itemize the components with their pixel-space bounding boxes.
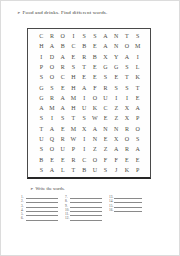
- grid-cell: S: [36, 144, 47, 154]
- grid-cell: E: [100, 113, 111, 123]
- grid-cell: E: [79, 72, 90, 82]
- grid-cell: R: [122, 124, 133, 134]
- grid-cell: S: [132, 31, 143, 41]
- grid-cell: O: [57, 31, 68, 41]
- write-words-heading: ➢Write the words.: [30, 186, 65, 191]
- grid-cell: A: [132, 103, 143, 113]
- grid-cell: A: [47, 41, 58, 51]
- grid-cell: X: [111, 134, 122, 144]
- grid-cell: A: [122, 52, 133, 62]
- grid-cell: E: [89, 72, 100, 82]
- grid-cell: T: [68, 165, 79, 175]
- grid-cell: I: [47, 113, 58, 123]
- grid-cell: I: [68, 31, 79, 41]
- grid-cell: I: [122, 93, 133, 103]
- grid-cell: I: [79, 144, 90, 154]
- grid-cell: O: [47, 144, 58, 154]
- grid-cell: E: [68, 52, 79, 62]
- grid-cell: A: [57, 103, 68, 113]
- grid-cell: N: [111, 124, 122, 134]
- worksheet-page: { "game": "word-search", "position": "CR…: [0, 0, 180, 256]
- grid-cell: G: [36, 93, 47, 103]
- grid-cell: G: [36, 82, 47, 92]
- grid-cell: O: [47, 72, 58, 82]
- grid-cell: C: [36, 31, 47, 41]
- grid-cell: C: [57, 72, 68, 82]
- grid-cell: B: [57, 41, 68, 51]
- answer-blank-line: [26, 216, 58, 220]
- grid-cell: G: [111, 62, 122, 72]
- grid-cell: O: [89, 154, 100, 164]
- answer-blank-line: [70, 216, 102, 220]
- grid-cell: S: [79, 113, 90, 123]
- grid-cell: P: [132, 113, 143, 123]
- grid-cell: K: [89, 103, 100, 113]
- grid-cell: W: [89, 113, 100, 123]
- grid-cell: E: [89, 41, 100, 51]
- grid-cell: U: [57, 144, 68, 154]
- grid-cell: O: [47, 62, 58, 72]
- grid-cell: I: [132, 52, 143, 62]
- arrow-bullet-icon: ➢: [30, 186, 33, 191]
- grid-cell: C: [100, 103, 111, 113]
- grid-cell: A: [111, 144, 122, 154]
- answer-blank-line: [114, 208, 142, 212]
- grid-cell: R: [122, 144, 133, 154]
- task-heading-text: Food and drinks. Find different words.: [23, 10, 108, 15]
- grid-cell: O: [89, 93, 100, 103]
- grid-cell: E: [122, 154, 133, 164]
- grid-cell: F: [111, 154, 122, 164]
- grid-cell: T: [68, 113, 79, 123]
- grid-cell: S: [100, 72, 111, 82]
- answer-blank-item: 12.: [65, 216, 102, 220]
- grid-cell: M: [47, 103, 58, 113]
- grid-cell: E: [132, 154, 143, 164]
- grid-cell: R: [47, 93, 58, 103]
- grid-cell: X: [79, 124, 90, 134]
- grid-cell: X: [100, 52, 111, 62]
- grid-cell: K: [122, 165, 133, 175]
- answer-blanks-column: 13.14.15.16.: [109, 195, 142, 212]
- grid-cell: S: [36, 113, 47, 123]
- grid-cell: Z: [111, 113, 122, 123]
- grid-cell: U: [89, 165, 100, 175]
- grid-cell: N: [111, 31, 122, 41]
- grid-cell: O: [122, 134, 133, 144]
- grid-cell: P: [36, 62, 47, 72]
- grid-cell: Y: [111, 52, 122, 62]
- grid-cell: R: [47, 31, 58, 41]
- grid-cell: T: [122, 31, 133, 41]
- grid-cell: W: [68, 134, 79, 144]
- grid-cell: N: [100, 124, 111, 134]
- grid-cell: T: [36, 124, 47, 134]
- grid-cell: R: [79, 52, 90, 62]
- grid-cell: I: [79, 93, 90, 103]
- answer-blanks-column: 7.8.9.10.11.12.: [65, 195, 102, 221]
- grid-cell: B: [89, 52, 100, 62]
- grid-cell: U: [100, 93, 111, 103]
- grid-cell: X: [122, 113, 133, 123]
- grid-cell: A: [89, 124, 100, 134]
- grid-cell: A: [100, 41, 111, 51]
- grid-cell: X: [122, 103, 133, 113]
- grid-cell: S: [122, 82, 133, 92]
- grid-cell: S: [47, 82, 58, 92]
- grid-cell: A: [47, 124, 58, 134]
- grid-cell: B: [79, 165, 90, 175]
- grid-cell: B: [79, 41, 90, 51]
- grid-cell: S: [36, 165, 47, 175]
- grid-cell: R: [68, 154, 79, 164]
- grid-cell: E: [89, 62, 100, 72]
- grid-cell: S: [132, 134, 143, 144]
- grid-cell: M: [68, 93, 79, 103]
- grid-cell: M: [132, 41, 143, 51]
- grid-cell: S: [100, 165, 111, 175]
- grid-cell: E: [47, 154, 58, 164]
- grid-cell: I: [79, 134, 90, 144]
- grid-cell: F: [100, 154, 111, 164]
- grid-cell: G: [100, 62, 111, 72]
- grid-cell: Z: [89, 144, 100, 154]
- grid-cell: Q: [47, 134, 58, 144]
- arrow-bullet-icon: ➢: [17, 10, 21, 15]
- grid-cell: E: [132, 93, 143, 103]
- grid-cell: H: [68, 103, 79, 113]
- task-heading: ➢Food and drinks. Find different words.: [17, 10, 107, 15]
- grid-cell: A: [79, 82, 90, 92]
- grid-cell: I: [36, 52, 47, 62]
- grid-cell: K: [132, 72, 143, 82]
- answer-blank-item: 16.: [109, 208, 142, 212]
- word-search-grid: CROISSANTSHABCBEANOMIDAERBXYAIPORSTEGGSL…: [27, 28, 151, 179]
- grid-cell: R: [57, 62, 68, 72]
- grid-cell: E: [57, 154, 68, 164]
- grid-cell: D: [47, 52, 58, 62]
- grid-cell: T: [79, 62, 90, 72]
- grid-cell: I: [111, 93, 122, 103]
- grid-cell: U: [79, 103, 90, 113]
- grid-cell: O: [132, 124, 143, 134]
- grid-cell: S: [68, 62, 79, 72]
- grid-cell: H: [68, 72, 79, 82]
- grid-cell: B: [36, 154, 47, 164]
- grid-cell: F: [89, 82, 100, 92]
- grid-cell: R: [100, 82, 111, 92]
- grid-cell: T: [132, 82, 143, 92]
- grid-cell: A: [36, 103, 47, 113]
- grid-cell: T: [122, 72, 133, 82]
- grid-cell: A: [132, 144, 143, 154]
- grid-cell: A: [57, 93, 68, 103]
- grid-cell: S: [89, 31, 100, 41]
- grid-cell: C: [79, 154, 90, 164]
- grid-cell: E: [111, 72, 122, 82]
- grid-cell: H: [36, 41, 47, 51]
- grid-cell: Z: [111, 103, 122, 113]
- grid-cell: O: [122, 41, 133, 51]
- grid-cell: E: [57, 82, 68, 92]
- grid-cell: L: [57, 165, 68, 175]
- grid-cell: H: [68, 82, 79, 92]
- answer-blank-item: 6.: [21, 216, 58, 220]
- grid-cell: J: [111, 165, 122, 175]
- grid-cell: N: [111, 41, 122, 51]
- grid-cell: L: [132, 62, 143, 72]
- grid-cell: U: [36, 134, 47, 144]
- grid-cell: A: [47, 165, 58, 175]
- grid-cell: E: [57, 124, 68, 134]
- grid-cell: Z: [100, 144, 111, 154]
- write-words-heading-text: Write the words.: [35, 186, 64, 191]
- grid-cell: S: [122, 62, 133, 72]
- grid-cell: S: [36, 72, 47, 82]
- grid-cell: S: [111, 82, 122, 92]
- grid-cell: A: [57, 52, 68, 62]
- grid-cell: R: [57, 134, 68, 144]
- grid-cell: S: [79, 31, 90, 41]
- grid-cell: E: [100, 134, 111, 144]
- grid-cell: P: [132, 165, 143, 175]
- answer-blanks-column: 1.2.3.4.5.6.: [21, 195, 58, 221]
- grid-cell: A: [100, 31, 111, 41]
- grid-cell: C: [68, 41, 79, 51]
- grid-cell: N: [89, 134, 100, 144]
- grid-cell: S: [57, 113, 68, 123]
- grid-cell: P: [68, 144, 79, 154]
- grid-cell: M: [68, 124, 79, 134]
